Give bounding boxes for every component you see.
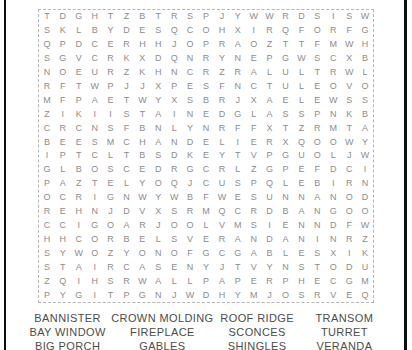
grid-cell[interactable]: W <box>357 149 373 163</box>
grid-cell[interactable]: J <box>134 80 150 94</box>
grid-cell[interactable]: S <box>119 107 135 121</box>
grid-cell[interactable]: Z <box>246 163 262 177</box>
grid-cell[interactable]: P <box>309 107 325 121</box>
grid-cell[interactable]: B <box>182 191 198 205</box>
grid-cell[interactable]: R <box>166 163 182 177</box>
grid-cell[interactable]: E <box>55 135 71 149</box>
grid-cell[interactable]: A <box>134 260 150 274</box>
grid-cell[interactable]: O <box>166 246 182 260</box>
grid-cell[interactable]: N <box>230 52 246 66</box>
grid-cell[interactable]: J <box>341 149 357 163</box>
grid-cell[interactable]: C <box>87 149 103 163</box>
grid-cell[interactable]: P <box>278 274 294 288</box>
grid-cell[interactable]: O <box>325 135 341 149</box>
grid-cell[interactable]: B <box>39 135 55 149</box>
grid-cell[interactable]: E <box>71 66 87 80</box>
grid-cell[interactable]: T <box>293 38 309 52</box>
grid-cell[interactable]: R <box>103 66 119 80</box>
grid-cell[interactable]: L <box>119 177 135 191</box>
grid-cell[interactable]: Y <box>230 288 246 302</box>
grid-cell[interactable]: M <box>357 274 373 288</box>
grid-cell[interactable]: A <box>55 177 71 191</box>
grid-cell[interactable]: S <box>341 10 357 24</box>
grid-cell[interactable]: C <box>119 135 135 149</box>
grid-cell[interactable]: J <box>166 38 182 52</box>
grid-cell[interactable]: T <box>71 80 87 94</box>
grid-cell[interactable]: S <box>150 260 166 274</box>
grid-cell[interactable]: T <box>230 260 246 274</box>
grid-cell[interactable]: E <box>246 274 262 288</box>
grid-cell[interactable]: F <box>55 80 71 94</box>
grid-cell[interactable]: X <box>150 80 166 94</box>
grid-cell[interactable]: A <box>309 191 325 205</box>
grid-cell[interactable]: R <box>214 163 230 177</box>
grid-cell[interactable]: K <box>134 66 150 80</box>
grid-cell[interactable]: B <box>198 93 214 107</box>
grid-cell[interactable]: I <box>341 246 357 260</box>
grid-cell[interactable]: D <box>119 205 135 219</box>
grid-cell[interactable]: P <box>198 38 214 52</box>
grid-cell[interactable]: O <box>341 205 357 219</box>
grid-cell[interactable]: B <box>87 24 103 38</box>
grid-cell[interactable]: D <box>262 232 278 246</box>
grid-cell[interactable]: F <box>230 121 246 135</box>
grid-cell[interactable]: L <box>278 246 294 260</box>
grid-cell[interactable]: N <box>150 121 166 135</box>
grid-cell[interactable]: E <box>278 93 294 107</box>
grid-cell[interactable]: H <box>214 24 230 38</box>
grid-cell[interactable]: G <box>341 274 357 288</box>
grid-cell[interactable]: P <box>198 10 214 24</box>
grid-cell[interactable]: P <box>262 52 278 66</box>
grid-cell[interactable]: R <box>246 205 262 219</box>
grid-cell[interactable]: S <box>39 24 55 38</box>
grid-cell[interactable]: S <box>309 10 325 24</box>
grid-cell[interactable]: D <box>214 107 230 121</box>
grid-cell[interactable]: D <box>325 219 341 233</box>
grid-cell[interactable]: V <box>246 149 262 163</box>
grid-cell[interactable]: B <box>357 107 373 121</box>
grid-cell[interactable]: H <box>357 38 373 52</box>
grid-cell[interactable]: F <box>119 121 135 135</box>
grid-cell[interactable]: Y <box>150 191 166 205</box>
grid-cell[interactable]: X <box>246 93 262 107</box>
grid-cell[interactable]: T <box>71 149 87 163</box>
grid-cell[interactable]: A <box>262 107 278 121</box>
grid-cell[interactable]: W <box>166 191 182 205</box>
grid-cell[interactable]: U <box>293 149 309 163</box>
grid-cell[interactable]: Q <box>166 52 182 66</box>
grid-cell[interactable]: H <box>39 232 55 246</box>
grid-cell[interactable]: G <box>182 163 198 177</box>
grid-cell[interactable]: R <box>214 232 230 246</box>
grid-cell[interactable]: B <box>309 177 325 191</box>
grid-cell[interactable]: T <box>341 121 357 135</box>
grid-cell[interactable]: I <box>103 107 119 121</box>
grid-cell[interactable]: W <box>246 10 262 24</box>
grid-cell[interactable]: C <box>341 163 357 177</box>
grid-cell[interactable]: E <box>293 177 309 191</box>
grid-cell[interactable]: N <box>325 191 341 205</box>
grid-cell[interactable]: Q <box>166 24 182 38</box>
grid-cell[interactable]: X <box>150 205 166 219</box>
grid-cell[interactable]: X <box>341 52 357 66</box>
grid-cell[interactable]: A <box>230 232 246 246</box>
grid-cell[interactable]: Z <box>39 274 55 288</box>
grid-cell[interactable]: U <box>278 66 294 80</box>
grid-cell[interactable]: G <box>103 191 119 205</box>
grid-cell[interactable]: C <box>71 232 87 246</box>
grid-cell[interactable]: Y <box>357 135 373 149</box>
grid-cell[interactable]: S <box>103 274 119 288</box>
grid-cell[interactable]: C <box>182 24 198 38</box>
grid-cell[interactable]: B <box>71 163 87 177</box>
grid-cell[interactable]: C <box>198 177 214 191</box>
grid-cell[interactable]: T <box>278 38 294 52</box>
grid-cell[interactable]: G <box>87 219 103 233</box>
grid-cell[interactable]: S <box>103 121 119 135</box>
grid-cell[interactable]: R <box>166 10 182 24</box>
grid-cell[interactable]: A <box>119 219 135 233</box>
grid-cell[interactable]: J <box>166 288 182 302</box>
grid-cell[interactable]: L <box>262 66 278 80</box>
grid-cell[interactable]: B <box>134 121 150 135</box>
grid-cell[interactable]: F <box>182 246 198 260</box>
grid-cell[interactable]: P <box>246 177 262 191</box>
grid-cell[interactable]: E <box>198 107 214 121</box>
grid-cell[interactable]: F <box>293 24 309 38</box>
grid-cell[interactable]: R <box>134 219 150 233</box>
grid-cell[interactable]: M <box>230 219 246 233</box>
grid-cell[interactable]: D <box>325 163 341 177</box>
grid-cell[interactable]: H <box>214 288 230 302</box>
grid-cell[interactable]: A <box>150 107 166 121</box>
grid-cell[interactable]: T <box>230 149 246 163</box>
grid-cell[interactable]: C <box>325 52 341 66</box>
grid-cell[interactable]: A <box>357 121 373 135</box>
grid-cell[interactable]: R <box>341 177 357 191</box>
grid-cell[interactable]: N <box>39 66 55 80</box>
grid-cell[interactable]: Q <box>214 205 230 219</box>
grid-cell[interactable]: J <box>214 10 230 24</box>
grid-cell[interactable]: S <box>293 107 309 121</box>
grid-cell[interactable]: L <box>150 232 166 246</box>
grid-cell[interactable]: S <box>341 93 357 107</box>
grid-cell[interactable]: P <box>166 80 182 94</box>
grid-cell[interactable]: N <box>309 205 325 219</box>
grid-cell[interactable]: D <box>357 191 373 205</box>
grid-cell[interactable]: Z <box>214 66 230 80</box>
grid-cell[interactable]: D <box>182 135 198 149</box>
grid-cell[interactable]: Y <box>55 246 71 260</box>
grid-cell[interactable]: P <box>55 38 71 52</box>
grid-cell[interactable]: E <box>182 80 198 94</box>
grid-cell[interactable]: C <box>71 121 87 135</box>
grid-cell[interactable]: S <box>357 93 373 107</box>
grid-cell[interactable]: N <box>87 205 103 219</box>
grid-cell[interactable]: L <box>55 163 71 177</box>
grid-cell[interactable]: U <box>357 260 373 274</box>
grid-cell[interactable]: S <box>246 219 262 233</box>
grid-cell[interactable]: N <box>166 135 182 149</box>
grid-cell[interactable]: S <box>182 93 198 107</box>
grid-cell[interactable]: C <box>87 38 103 52</box>
grid-cell[interactable]: M <box>246 288 262 302</box>
grid-cell[interactable]: L <box>166 274 182 288</box>
grid-cell[interactable]: E <box>341 288 357 302</box>
grid-cell[interactable]: Z <box>119 66 135 80</box>
grid-cell[interactable]: Z <box>262 38 278 52</box>
grid-cell[interactable]: Y <box>230 10 246 24</box>
grid-cell[interactable]: K <box>55 24 71 38</box>
grid-cell[interactable]: W <box>357 219 373 233</box>
grid-cell[interactable]: O <box>246 38 262 52</box>
grid-cell[interactable]: O <box>87 246 103 260</box>
grid-cell[interactable]: I <box>87 288 103 302</box>
grid-cell[interactable]: F <box>198 191 214 205</box>
grid-cell[interactable]: K <box>357 246 373 260</box>
grid-cell[interactable]: O <box>55 66 71 80</box>
grid-cell[interactable]: S <box>150 24 166 38</box>
grid-cell[interactable]: H <box>134 38 150 52</box>
grid-cell[interactable]: Y <box>198 260 214 274</box>
grid-cell[interactable]: B <box>119 232 135 246</box>
grid-cell[interactable]: Q <box>55 274 71 288</box>
grid-cell[interactable]: Q <box>262 177 278 191</box>
grid-cell[interactable]: H <box>150 38 166 52</box>
grid-cell[interactable]: W <box>71 246 87 260</box>
grid-cell[interactable]: R <box>103 260 119 274</box>
grid-cell[interactable]: S <box>198 80 214 94</box>
grid-cell[interactable]: P <box>262 149 278 163</box>
grid-cell[interactable]: V <box>325 288 341 302</box>
grid-cell[interactable]: Y <box>262 260 278 274</box>
grid-cell[interactable]: I <box>39 149 55 163</box>
grid-cell[interactable]: N <box>246 232 262 246</box>
grid-cell[interactable]: F <box>309 163 325 177</box>
grid-cell[interactable]: V <box>71 52 87 66</box>
grid-cell[interactable]: D <box>293 10 309 24</box>
grid-cell[interactable]: A <box>87 93 103 107</box>
grid-cell[interactable]: W <box>214 191 230 205</box>
grid-cell[interactable]: O <box>341 191 357 205</box>
grid-cell[interactable]: R <box>182 205 198 219</box>
grid-cell[interactable]: G <box>198 246 214 260</box>
grid-cell[interactable]: G <box>278 52 294 66</box>
grid-cell[interactable]: T <box>150 10 166 24</box>
grid-cell[interactable]: N <box>182 260 198 274</box>
grid-cell[interactable]: S <box>39 52 55 66</box>
grid-cell[interactable]: A <box>293 205 309 219</box>
grid-cell[interactable]: B <box>278 205 294 219</box>
grid-cell[interactable]: L <box>246 107 262 121</box>
grid-cell[interactable]: L <box>103 149 119 163</box>
grid-cell[interactable]: A <box>214 274 230 288</box>
grid-cell[interactable]: N <box>198 121 214 135</box>
grid-cell[interactable]: Y <box>55 288 71 302</box>
grid-cell[interactable]: B <box>357 52 373 66</box>
grid-cell[interactable]: H <box>87 10 103 24</box>
grid-cell[interactable]: P <box>71 93 87 107</box>
grid-cell[interactable]: N <box>293 191 309 205</box>
grid-cell[interactable]: T <box>39 10 55 24</box>
grid-cell[interactable]: C <box>230 205 246 219</box>
grid-cell[interactable]: O <box>87 163 103 177</box>
grid-cell[interactable]: S <box>87 135 103 149</box>
grid-cell[interactable]: Y <box>214 149 230 163</box>
grid-cell[interactable]: T <box>262 80 278 94</box>
grid-cell[interactable]: D <box>55 10 71 24</box>
grid-cell[interactable]: J <box>150 219 166 233</box>
grid-cell[interactable]: E <box>293 163 309 177</box>
grid-cell[interactable]: H <box>71 205 87 219</box>
grid-cell[interactable]: A <box>278 232 294 246</box>
grid-cell[interactable]: W <box>134 93 150 107</box>
grid-cell[interactable]: R <box>39 205 55 219</box>
grid-cell[interactable]: Z <box>71 177 87 191</box>
grid-cell[interactable]: R <box>119 274 135 288</box>
grid-cell[interactable]: L <box>325 149 341 163</box>
grid-cell[interactable]: E <box>198 232 214 246</box>
grid-cell[interactable]: S <box>182 10 198 24</box>
grid-cell[interactable]: X <box>278 135 294 149</box>
grid-cell[interactable]: A <box>246 246 262 260</box>
grid-cell[interactable]: Y <box>182 121 198 135</box>
grid-cell[interactable]: R <box>278 10 294 24</box>
grid-cell[interactable]: M <box>39 93 55 107</box>
grid-cell[interactable]: E <box>278 219 294 233</box>
grid-cell[interactable]: C <box>87 52 103 66</box>
grid-cell[interactable]: I <box>309 232 325 246</box>
grid-cell[interactable]: O <box>150 177 166 191</box>
grid-cell[interactable]: Y <box>103 24 119 38</box>
grid-cell[interactable]: K <box>182 149 198 163</box>
grid-cell[interactable]: P <box>278 163 294 177</box>
grid-cell[interactable]: F <box>214 80 230 94</box>
grid-cell[interactable]: D <box>119 24 135 38</box>
grid-cell[interactable]: L <box>230 163 246 177</box>
grid-cell[interactable]: R <box>230 66 246 80</box>
grid-cell[interactable]: R <box>262 24 278 38</box>
grid-cell[interactable]: G <box>325 205 341 219</box>
grid-cell[interactable]: O <box>182 219 198 233</box>
grid-cell[interactable]: C <box>55 219 71 233</box>
grid-cell[interactable]: N <box>230 80 246 94</box>
grid-cell[interactable]: C <box>39 219 55 233</box>
grid-cell[interactable]: C <box>182 66 198 80</box>
grid-cell[interactable]: S <box>278 107 294 121</box>
grid-cell[interactable]: Y <box>119 246 135 260</box>
grid-cell[interactable]: C <box>325 274 341 288</box>
grid-cell[interactable]: F <box>55 93 71 107</box>
grid-cell[interactable]: C <box>214 246 230 260</box>
grid-cell[interactable]: D <box>166 149 182 163</box>
grid-cell[interactable]: E <box>71 135 87 149</box>
grid-cell[interactable]: X <box>166 93 182 107</box>
grid-cell[interactable]: E <box>103 177 119 191</box>
grid-cell[interactable]: R <box>214 93 230 107</box>
grid-cell[interactable]: S <box>39 260 55 274</box>
grid-cell[interactable]: G <box>55 52 71 66</box>
grid-cell[interactable]: W <box>357 10 373 24</box>
grid-cell[interactable]: O <box>39 191 55 205</box>
grid-cell[interactable]: L <box>293 80 309 94</box>
grid-cell[interactable]: E <box>134 232 150 246</box>
grid-cell[interactable]: R <box>214 38 230 52</box>
grid-cell[interactable]: G <box>71 10 87 24</box>
grid-cell[interactable]: Z <box>119 10 135 24</box>
grid-cell[interactable]: R <box>262 274 278 288</box>
grid-cell[interactable]: K <box>341 107 357 121</box>
grid-cell[interactable]: W <box>325 93 341 107</box>
grid-cell[interactable]: E <box>246 135 262 149</box>
grid-cell[interactable]: I <box>357 163 373 177</box>
grid-cell[interactable]: C <box>119 163 135 177</box>
grid-cell[interactable]: F <box>341 24 357 38</box>
grid-cell[interactable]: T <box>87 177 103 191</box>
grid-cell[interactable]: M <box>103 135 119 149</box>
grid-cell[interactable]: W <box>134 274 150 288</box>
grid-cell[interactable]: N <box>150 246 166 260</box>
grid-cell[interactable]: I <box>87 107 103 121</box>
grid-cell[interactable]: T <box>134 107 150 121</box>
grid-cell[interactable]: A <box>71 260 87 274</box>
grid-cell[interactable]: W <box>341 135 357 149</box>
grid-cell[interactable]: I <box>230 135 246 149</box>
grid-cell[interactable]: C <box>198 163 214 177</box>
grid-cell[interactable]: E <box>309 274 325 288</box>
grid-cell[interactable]: N <box>325 107 341 121</box>
grid-cell[interactable]: N <box>309 219 325 233</box>
grid-cell[interactable]: M <box>325 121 341 135</box>
grid-cell[interactable]: R <box>119 38 135 52</box>
grid-cell[interactable]: R <box>262 135 278 149</box>
grid-cell[interactable]: T <box>278 121 294 135</box>
grid-cell[interactable]: W <box>87 80 103 94</box>
grid-cell[interactable]: N <box>325 232 341 246</box>
grid-cell[interactable]: Y <box>134 177 150 191</box>
grid-cell[interactable]: W <box>341 66 357 80</box>
grid-cell[interactable]: Z <box>39 107 55 121</box>
grid-cell[interactable]: C <box>55 191 71 205</box>
grid-cell[interactable]: O <box>278 288 294 302</box>
grid-cell[interactable]: N <box>182 52 198 66</box>
grid-cell[interactable]: O <box>309 149 325 163</box>
grid-cell[interactable]: D <box>150 52 166 66</box>
grid-cell[interactable]: R <box>309 288 325 302</box>
grid-cell[interactable]: M <box>325 38 341 52</box>
grid-cell[interactable]: Q <box>39 38 55 52</box>
grid-cell[interactable]: L <box>278 177 294 191</box>
grid-cell[interactable]: G <box>71 288 87 302</box>
grid-cell[interactable]: G <box>230 107 246 121</box>
grid-cell[interactable]: L <box>293 93 309 107</box>
grid-cell[interactable]: K <box>119 52 135 66</box>
grid-cell[interactable]: S <box>309 246 325 260</box>
grid-cell[interactable]: Q <box>166 177 182 191</box>
grid-cell[interactable]: T <box>55 260 71 274</box>
grid-cell[interactable]: R <box>341 232 357 246</box>
grid-cell[interactable]: R <box>103 232 119 246</box>
grid-cell[interactable]: Y <box>150 93 166 107</box>
grid-cell[interactable]: G <box>262 163 278 177</box>
grid-cell[interactable]: I <box>325 177 341 191</box>
grid-cell[interactable]: I <box>87 191 103 205</box>
grid-cell[interactable]: Q <box>278 24 294 38</box>
grid-cell[interactable]: E <box>134 163 150 177</box>
grid-cell[interactable]: O <box>182 38 198 52</box>
grid-cell[interactable]: H <box>150 66 166 80</box>
